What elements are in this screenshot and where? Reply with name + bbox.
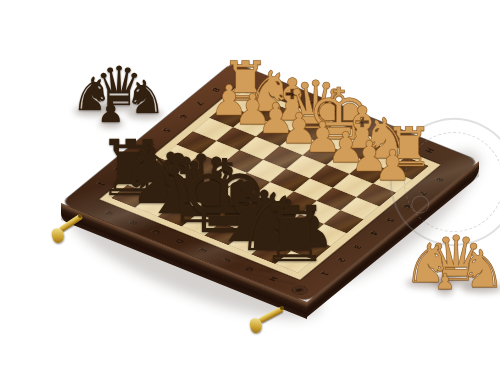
file-label-c: C <box>150 228 161 234</box>
file-label-far-a: A <box>260 81 271 87</box>
file-label-far-d: D <box>330 109 342 115</box>
file-label-far-f: F <box>377 128 388 134</box>
rank-label-left-7: 7 <box>192 100 203 106</box>
rank-label-6: 6 <box>400 203 411 209</box>
file-label-far-h: H <box>423 147 435 154</box>
maker-emblem-icon: ♞ <box>288 283 312 297</box>
rank-label-1: 1 <box>318 270 329 276</box>
piece-shadow <box>436 285 454 295</box>
file-label-f: F <box>220 256 231 262</box>
product-photo-scene: AABBCCDDEEFFGGHH1122334455667788 ♞ ♜♞♝♛♚… <box>0 0 500 375</box>
rank-label-5: 5 <box>383 216 394 222</box>
file-label-a: A <box>103 209 114 215</box>
knight-icon: ♞ <box>294 288 305 293</box>
piece-shadow <box>461 283 500 293</box>
piece-shadow <box>99 118 123 128</box>
file-label-far-e: E <box>353 119 364 125</box>
file-label-e: E <box>197 247 208 253</box>
rank-label-4: 4 <box>367 230 378 236</box>
rank-label-left-8: 8 <box>209 86 220 92</box>
clasp-pin <box>280 306 284 310</box>
piece-shadow <box>440 269 458 279</box>
rank-label-7: 7 <box>416 190 427 196</box>
file-label-far-g: G <box>400 137 412 143</box>
file-label-d: D <box>173 238 185 244</box>
rank-label-left-5: 5 <box>160 127 171 133</box>
rank-label-8: 8 <box>432 176 443 182</box>
file-label-g: G <box>243 266 255 272</box>
rank-label-left-1: 1 <box>94 180 105 186</box>
rank-label-left-6: 6 <box>176 113 187 119</box>
file-label-h: H <box>267 275 279 282</box>
piece-shadow <box>127 109 164 119</box>
rank-label-3: 3 <box>351 243 362 249</box>
file-label-b: B <box>127 219 138 225</box>
rank-label-2: 2 <box>334 257 345 263</box>
file-label-far-b: B <box>283 91 294 97</box>
rank-label-left-4: 4 <box>143 140 154 146</box>
rank-label-left-3: 3 <box>127 153 138 159</box>
clasp-pin <box>78 214 82 218</box>
rank-label-left-2: 2 <box>111 167 122 173</box>
file-label-far-c: C <box>307 100 318 106</box>
